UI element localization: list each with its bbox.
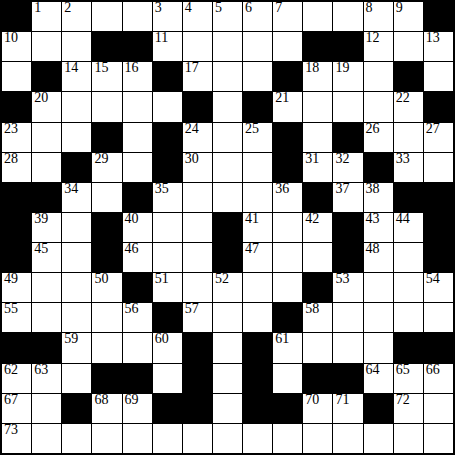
white-cell[interactable] <box>153 424 182 453</box>
white-cell[interactable]: 52 <box>213 273 242 302</box>
white-cell[interactable] <box>394 424 423 453</box>
white-cell[interactable] <box>62 32 91 61</box>
clue-number: 2 <box>64 2 71 15</box>
white-cell[interactable] <box>394 243 423 272</box>
white-cell[interactable]: 21 <box>273 92 302 121</box>
black-cell <box>92 123 121 152</box>
white-cell[interactable] <box>123 333 152 362</box>
white-cell[interactable] <box>273 32 302 61</box>
black-cell <box>303 364 332 393</box>
black-cell <box>92 364 121 393</box>
white-cell[interactable] <box>424 394 453 423</box>
white-cell[interactable] <box>333 92 362 121</box>
white-cell[interactable]: 32 <box>333 153 362 182</box>
white-cell[interactable]: 37 <box>333 183 362 212</box>
black-cell <box>424 333 453 362</box>
clue-number: 57 <box>185 303 199 316</box>
white-cell[interactable]: 69 <box>123 394 152 423</box>
white-cell[interactable]: 50 <box>92 273 121 302</box>
clue-number: 1 <box>34 2 41 15</box>
clue-number: 65 <box>396 364 410 377</box>
clue-number: 34 <box>64 183 78 196</box>
black-cell <box>273 123 302 152</box>
black-cell <box>62 394 91 423</box>
white-cell[interactable] <box>153 213 182 242</box>
clue-number: 52 <box>215 273 229 286</box>
black-cell <box>333 32 362 61</box>
clue-number: 6 <box>245 2 252 15</box>
black-cell <box>92 32 121 61</box>
clue-number: 9 <box>396 2 403 15</box>
white-cell[interactable] <box>92 333 121 362</box>
white-cell[interactable] <box>424 303 453 332</box>
white-cell[interactable] <box>364 273 393 302</box>
white-cell[interactable] <box>183 243 212 272</box>
black-cell <box>364 153 393 182</box>
white-cell[interactable] <box>123 2 152 31</box>
white-cell[interactable]: 11 <box>153 32 182 61</box>
white-cell[interactable]: 10 <box>2 32 31 61</box>
white-cell[interactable] <box>153 364 182 393</box>
clue-number: 66 <box>426 364 440 377</box>
white-cell[interactable] <box>183 273 212 302</box>
black-cell <box>394 183 423 212</box>
black-cell <box>333 364 362 393</box>
black-cell <box>183 394 212 423</box>
white-cell[interactable]: 16 <box>123 62 152 91</box>
white-cell[interactable]: 63 <box>32 364 61 393</box>
white-cell[interactable] <box>123 153 152 182</box>
white-cell[interactable]: 62 <box>2 364 31 393</box>
white-cell[interactable]: 39 <box>32 213 61 242</box>
white-cell[interactable] <box>32 424 61 453</box>
clue-number: 35 <box>155 183 169 196</box>
white-cell[interactable] <box>243 32 272 61</box>
white-cell[interactable]: 29 <box>92 153 121 182</box>
clue-number: 40 <box>125 213 139 226</box>
black-cell <box>123 273 152 302</box>
clue-number: 12 <box>366 32 380 45</box>
white-cell[interactable] <box>394 303 423 332</box>
clue-number: 8 <box>366 2 373 15</box>
white-cell[interactable] <box>2 62 31 91</box>
clue-number: 31 <box>305 153 319 166</box>
white-cell[interactable]: 26 <box>364 123 393 152</box>
white-cell[interactable] <box>62 303 91 332</box>
clue-number: 63 <box>34 364 48 377</box>
white-cell[interactable] <box>213 62 242 91</box>
white-cell[interactable]: 45 <box>32 243 61 272</box>
white-cell[interactable]: 19 <box>333 62 362 91</box>
white-cell[interactable]: 25 <box>243 123 272 152</box>
black-cell <box>243 333 272 362</box>
white-cell[interactable]: 4 <box>183 2 212 31</box>
white-cell[interactable] <box>183 213 212 242</box>
black-cell <box>32 62 61 91</box>
white-cell[interactable]: 47 <box>243 243 272 272</box>
white-cell[interactable]: 38 <box>364 183 393 212</box>
clue-number: 68 <box>94 394 108 407</box>
black-cell <box>273 153 302 182</box>
white-cell[interactable] <box>333 2 362 31</box>
black-cell <box>333 243 362 272</box>
clue-number: 41 <box>245 213 259 226</box>
white-cell[interactable] <box>62 364 91 393</box>
black-cell <box>243 364 272 393</box>
white-cell[interactable] <box>153 92 182 121</box>
white-cell[interactable] <box>32 153 61 182</box>
clue-number: 73 <box>4 424 18 437</box>
white-cell[interactable] <box>243 62 272 91</box>
clue-number: 60 <box>155 333 169 346</box>
white-cell[interactable] <box>424 424 453 453</box>
white-cell[interactable] <box>273 273 302 302</box>
white-cell[interactable]: 36 <box>273 183 302 212</box>
white-cell[interactable] <box>32 123 61 152</box>
clue-number: 5 <box>215 2 222 15</box>
white-cell[interactable] <box>243 424 272 453</box>
white-cell[interactable]: 12 <box>364 32 393 61</box>
white-cell[interactable] <box>183 183 212 212</box>
white-cell[interactable]: 15 <box>92 62 121 91</box>
white-cell[interactable]: 24 <box>183 123 212 152</box>
black-cell <box>123 364 152 393</box>
black-cell <box>32 333 61 362</box>
clue-number: 37 <box>335 183 349 196</box>
black-cell <box>273 62 302 91</box>
white-cell[interactable]: 48 <box>364 243 393 272</box>
white-cell[interactable] <box>123 424 152 453</box>
clue-number: 58 <box>305 303 319 316</box>
clue-number: 3 <box>155 2 162 15</box>
white-cell[interactable] <box>123 123 152 152</box>
white-cell[interactable] <box>243 273 272 302</box>
clue-number: 72 <box>396 394 410 407</box>
white-cell[interactable] <box>92 424 121 453</box>
white-cell[interactable]: 60 <box>153 333 182 362</box>
white-cell[interactable] <box>213 303 242 332</box>
white-cell[interactable] <box>213 32 242 61</box>
black-cell <box>62 153 91 182</box>
black-cell <box>153 394 182 423</box>
white-cell[interactable]: 68 <box>92 394 121 423</box>
white-cell[interactable]: 7 <box>273 2 302 31</box>
white-cell[interactable]: 2 <box>62 2 91 31</box>
black-cell <box>424 183 453 212</box>
clue-number: 11 <box>155 32 168 45</box>
black-cell <box>394 333 423 362</box>
white-cell[interactable] <box>92 2 121 31</box>
clue-number: 28 <box>4 153 18 166</box>
white-cell[interactable]: 64 <box>364 364 393 393</box>
clue-number: 32 <box>335 153 349 166</box>
white-cell[interactable] <box>333 303 362 332</box>
white-cell[interactable]: 41 <box>243 213 272 242</box>
white-cell[interactable]: 35 <box>153 183 182 212</box>
white-cell[interactable] <box>213 394 242 423</box>
white-cell[interactable] <box>424 62 453 91</box>
clue-number: 70 <box>305 394 319 407</box>
white-cell[interactable]: 18 <box>303 62 332 91</box>
white-cell[interactable] <box>394 273 423 302</box>
white-cell[interactable] <box>243 303 272 332</box>
white-cell[interactable]: 22 <box>394 92 423 121</box>
white-cell[interactable]: 43 <box>364 213 393 242</box>
white-cell[interactable]: 70 <box>303 394 332 423</box>
black-cell <box>153 62 182 91</box>
clue-number: 36 <box>275 183 289 196</box>
clue-number: 69 <box>125 394 139 407</box>
white-cell[interactable]: 73 <box>2 424 31 453</box>
white-cell[interactable] <box>303 243 332 272</box>
white-cell[interactable] <box>213 123 242 152</box>
black-cell <box>303 273 332 302</box>
clue-number: 18 <box>305 62 319 75</box>
white-cell[interactable] <box>364 424 393 453</box>
black-cell <box>2 92 31 121</box>
clue-number: 56 <box>125 303 139 316</box>
clue-number: 51 <box>155 273 169 286</box>
white-cell[interactable]: 27 <box>424 123 453 152</box>
black-cell <box>424 213 453 242</box>
white-cell[interactable] <box>92 92 121 121</box>
white-cell[interactable] <box>303 2 332 31</box>
clue-number: 71 <box>335 394 349 407</box>
white-cell[interactable]: 42 <box>303 213 332 242</box>
white-cell[interactable] <box>364 333 393 362</box>
white-cell[interactable]: 14 <box>62 62 91 91</box>
white-cell[interactable] <box>32 303 61 332</box>
black-cell <box>32 183 61 212</box>
white-cell[interactable]: 8 <box>364 2 393 31</box>
white-cell[interactable] <box>183 32 212 61</box>
clue-number: 14 <box>64 62 78 75</box>
clue-number: 48 <box>366 243 380 256</box>
clue-number: 44 <box>396 213 410 226</box>
black-cell <box>2 213 31 242</box>
clue-number: 53 <box>335 273 349 286</box>
white-cell[interactable]: 57 <box>183 303 212 332</box>
white-cell[interactable]: 30 <box>183 153 212 182</box>
white-cell[interactable]: 72 <box>394 394 423 423</box>
black-cell <box>333 213 362 242</box>
white-cell[interactable] <box>62 92 91 121</box>
clue-number: 62 <box>4 364 18 377</box>
white-cell[interactable]: 17 <box>183 62 212 91</box>
white-cell[interactable] <box>424 153 453 182</box>
white-cell[interactable] <box>32 32 61 61</box>
clue-number: 21 <box>275 92 289 105</box>
black-cell <box>153 153 182 182</box>
white-cell[interactable]: 56 <box>123 303 152 332</box>
black-cell <box>92 213 121 242</box>
white-cell[interactable]: 13 <box>424 32 453 61</box>
white-cell[interactable] <box>273 243 302 272</box>
white-cell[interactable] <box>303 92 332 121</box>
white-cell[interactable]: 6 <box>243 2 272 31</box>
black-cell <box>243 394 272 423</box>
white-cell[interactable]: 49 <box>2 273 31 302</box>
white-cell[interactable] <box>92 303 121 332</box>
white-cell[interactable] <box>243 183 272 212</box>
black-cell <box>303 183 332 212</box>
clue-number: 7 <box>275 2 282 15</box>
black-cell <box>183 364 212 393</box>
white-cell[interactable] <box>273 424 302 453</box>
white-cell[interactable] <box>213 153 242 182</box>
white-cell[interactable] <box>213 424 242 453</box>
white-cell[interactable] <box>123 92 152 121</box>
black-cell <box>394 62 423 91</box>
white-cell[interactable] <box>213 183 242 212</box>
clue-number: 39 <box>34 213 48 226</box>
white-cell[interactable]: 20 <box>32 92 61 121</box>
black-cell <box>213 213 242 242</box>
clue-number: 24 <box>185 123 199 136</box>
black-cell <box>183 333 212 362</box>
clue-number: 23 <box>4 123 18 136</box>
white-cell[interactable]: 67 <box>2 394 31 423</box>
white-cell[interactable] <box>243 153 272 182</box>
white-cell[interactable]: 23 <box>2 123 31 152</box>
white-cell[interactable] <box>32 394 61 423</box>
black-cell <box>2 333 31 362</box>
clue-number: 67 <box>4 394 18 407</box>
black-cell <box>273 394 302 423</box>
white-cell[interactable] <box>364 303 393 332</box>
black-cell <box>424 243 453 272</box>
black-cell <box>273 303 302 332</box>
black-cell <box>364 394 393 423</box>
white-cell[interactable] <box>62 123 91 152</box>
white-cell[interactable]: 51 <box>153 273 182 302</box>
white-cell[interactable] <box>364 92 393 121</box>
clue-number: 42 <box>305 213 319 226</box>
white-cell[interactable]: 58 <box>303 303 332 332</box>
white-cell[interactable]: 33 <box>394 153 423 182</box>
white-cell[interactable]: 61 <box>273 333 302 362</box>
clue-number: 55 <box>4 303 18 316</box>
white-cell[interactable]: 46 <box>123 243 152 272</box>
clue-number: 17 <box>185 62 199 75</box>
clue-number: 30 <box>185 153 199 166</box>
black-cell <box>123 183 152 212</box>
clue-number: 49 <box>4 273 18 286</box>
clue-number: 19 <box>335 62 349 75</box>
white-cell[interactable] <box>213 364 242 393</box>
white-cell[interactable] <box>364 62 393 91</box>
white-cell[interactable] <box>62 424 91 453</box>
white-cell[interactable]: 44 <box>394 213 423 242</box>
white-cell[interactable]: 31 <box>303 153 332 182</box>
clue-number: 46 <box>125 243 139 256</box>
white-cell[interactable] <box>303 333 332 362</box>
clue-number: 61 <box>275 333 289 346</box>
white-cell[interactable] <box>333 333 362 362</box>
black-cell <box>2 243 31 272</box>
white-cell[interactable]: 55 <box>2 303 31 332</box>
white-cell[interactable]: 66 <box>424 364 453 393</box>
white-cell[interactable] <box>303 424 332 453</box>
black-cell <box>2 183 31 212</box>
white-cell[interactable]: 54 <box>424 273 453 302</box>
crossword-board: 1234567891011121314151617181920212223242… <box>0 0 455 455</box>
white-cell[interactable] <box>273 364 302 393</box>
white-cell[interactable]: 9 <box>394 2 423 31</box>
clue-number: 26 <box>366 123 380 136</box>
clue-number: 50 <box>94 273 108 286</box>
clue-number: 16 <box>125 62 139 75</box>
clue-number: 59 <box>64 333 78 346</box>
clue-number: 47 <box>245 243 259 256</box>
black-cell <box>303 32 332 61</box>
clue-number: 38 <box>366 183 380 196</box>
white-cell[interactable]: 28 <box>2 153 31 182</box>
white-cell[interactable] <box>32 273 61 302</box>
black-cell <box>153 123 182 152</box>
black-cell <box>92 243 121 272</box>
clue-number: 15 <box>94 62 108 75</box>
white-cell[interactable]: 53 <box>333 273 362 302</box>
white-cell[interactable]: 5 <box>213 2 242 31</box>
black-cell <box>213 243 242 272</box>
white-cell[interactable] <box>153 243 182 272</box>
black-cell <box>424 92 453 121</box>
white-cell[interactable] <box>213 92 242 121</box>
clue-number: 43 <box>366 213 380 226</box>
white-cell[interactable] <box>62 243 91 272</box>
black-cell <box>123 32 152 61</box>
white-cell[interactable] <box>62 213 91 242</box>
white-cell[interactable] <box>183 424 212 453</box>
white-cell[interactable] <box>213 333 242 362</box>
white-cell[interactable] <box>303 123 332 152</box>
clue-number: 22 <box>396 92 410 105</box>
white-cell[interactable] <box>394 32 423 61</box>
clue-number: 25 <box>245 123 259 136</box>
black-cell <box>243 92 272 121</box>
black-cell <box>333 123 362 152</box>
clue-number: 54 <box>426 273 440 286</box>
clue-number: 33 <box>396 153 410 166</box>
white-cell[interactable] <box>394 123 423 152</box>
white-cell[interactable]: 40 <box>123 213 152 242</box>
black-cell <box>2 2 31 31</box>
clue-number: 45 <box>34 243 48 256</box>
clue-number: 27 <box>426 123 440 136</box>
white-cell[interactable]: 59 <box>62 333 91 362</box>
white-cell[interactable] <box>62 273 91 302</box>
white-cell[interactable]: 34 <box>62 183 91 212</box>
white-cell[interactable] <box>92 183 121 212</box>
black-cell <box>153 303 182 332</box>
white-cell[interactable] <box>333 424 362 453</box>
black-cell <box>424 2 453 31</box>
white-cell[interactable]: 3 <box>153 2 182 31</box>
clue-number: 13 <box>426 32 440 45</box>
white-cell[interactable] <box>273 213 302 242</box>
clue-number: 64 <box>366 364 380 377</box>
clue-number: 29 <box>94 153 108 166</box>
white-cell[interactable]: 1 <box>32 2 61 31</box>
clue-number: 10 <box>4 32 18 45</box>
white-cell[interactable]: 65 <box>394 364 423 393</box>
black-cell <box>183 92 212 121</box>
clue-number: 20 <box>34 92 48 105</box>
white-cell[interactable]: 71 <box>333 394 362 423</box>
clue-number: 4 <box>185 2 192 15</box>
